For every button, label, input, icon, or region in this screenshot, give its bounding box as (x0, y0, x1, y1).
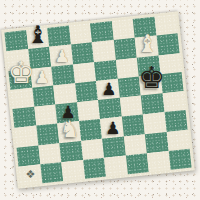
square-h3 (164, 110, 187, 131)
square-c3: ♞ (57, 121, 80, 142)
square-f7 (113, 38, 136, 59)
square-d5 (75, 81, 98, 102)
square-c7: ♟ (49, 45, 72, 66)
square-c6 (51, 64, 74, 85)
square-h1 (168, 148, 191, 169)
board-maker-emblem-icon: ❖ (25, 168, 35, 181)
square-f4 (119, 96, 142, 117)
square-d4 (77, 100, 100, 121)
square-f3 (121, 115, 144, 136)
square-e1 (104, 155, 127, 176)
square-h6 (158, 53, 181, 74)
square-a2 (16, 145, 39, 166)
square-a3 (14, 126, 37, 147)
square-a4 (12, 107, 35, 128)
square-e4 (98, 98, 121, 119)
square-g2 (145, 132, 168, 153)
black-pawn: ♟ (60, 105, 75, 122)
square-h7 (156, 34, 179, 55)
square-f8 (111, 19, 134, 40)
square-c1 (61, 160, 84, 181)
board-grid: ♝♟♝♚♟♟♚♟♞♟❖ (4, 14, 191, 185)
square-a5 (10, 88, 33, 109)
square-d6 (73, 62, 96, 83)
square-g3 (143, 112, 166, 133)
square-d3 (79, 119, 102, 140)
white-pawn: ♟ (35, 68, 50, 85)
square-b3 (36, 124, 59, 145)
square-b4 (34, 104, 57, 125)
square-c2 (59, 141, 82, 162)
black-pawn: ♟ (101, 81, 116, 98)
square-h8 (154, 14, 177, 35)
square-b7 (28, 47, 51, 68)
square-a8 (4, 30, 27, 51)
square-f6 (115, 57, 138, 78)
square-b6: ♟ (30, 66, 53, 87)
square-e3: ♟ (100, 117, 123, 138)
square-h5 (160, 72, 183, 93)
square-d2 (81, 138, 104, 159)
square-b2 (38, 143, 61, 164)
square-f1 (125, 153, 148, 174)
square-b8: ♝ (26, 28, 49, 49)
square-d7 (71, 43, 94, 64)
square-g6 (137, 55, 160, 76)
square-c8 (47, 26, 70, 47)
square-g8 (133, 17, 156, 38)
square-e8 (90, 21, 113, 42)
white-pawn: ♟ (54, 47, 69, 64)
chess-board: ♝♟♝♚♟♟♚♟♞♟❖ (1, 11, 195, 189)
square-d8 (69, 23, 92, 44)
square-b5 (32, 85, 55, 106)
square-e6 (94, 59, 117, 80)
square-a1: ❖ (19, 164, 42, 185)
square-e2 (102, 136, 125, 157)
square-e5: ♟ (96, 79, 119, 100)
square-f2 (123, 134, 146, 155)
photo-background: ♝♟♝♚♟♟♚♟♞♟❖ (0, 0, 200, 200)
square-e7 (92, 40, 115, 61)
black-bishop: ♝ (28, 23, 50, 47)
square-g7: ♝ (135, 36, 158, 57)
square-g1 (147, 151, 170, 172)
square-a6: ♚ (8, 68, 31, 89)
square-b1 (40, 162, 63, 183)
square-a7 (6, 49, 29, 70)
square-c4: ♟ (55, 102, 78, 123)
square-g5: ♚ (139, 74, 162, 95)
square-h2 (166, 129, 189, 150)
square-h4 (162, 91, 185, 112)
square-g4 (141, 93, 164, 114)
black-pawn: ♟ (105, 119, 120, 136)
square-f5 (117, 76, 140, 97)
square-d1 (83, 157, 106, 178)
square-c5 (53, 83, 76, 104)
